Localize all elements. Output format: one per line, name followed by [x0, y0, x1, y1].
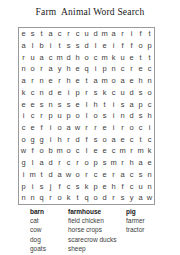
- grid-cell: r: [55, 157, 64, 169]
- grid-cell: y: [55, 63, 64, 75]
- grid-cell: r: [73, 157, 82, 169]
- grid-cell: g: [19, 157, 28, 169]
- grid-cell: o: [55, 192, 64, 204]
- grid-cell: h: [91, 98, 100, 110]
- grid-cell: c: [19, 122, 28, 134]
- grid-cell: s: [55, 98, 64, 110]
- grid-cell: i: [109, 40, 118, 52]
- grid-cell: u: [82, 28, 91, 40]
- grid-cell: s: [136, 169, 145, 181]
- grid-cell: m: [100, 28, 109, 40]
- grid-cell: c: [73, 145, 82, 157]
- grid-cell: e: [19, 28, 28, 40]
- grid-cell: s: [118, 98, 127, 110]
- grid-cell: q: [37, 192, 46, 204]
- grid-cell: r: [46, 192, 55, 204]
- grid-cell: p: [91, 181, 100, 193]
- grid-cell: o: [19, 134, 28, 146]
- word-list-item: scarecrow ducks: [68, 235, 116, 244]
- grid-cell: e: [127, 75, 136, 87]
- grid-cell: a: [46, 28, 55, 40]
- grid-cell: a: [19, 40, 28, 52]
- word-search-grid: estacrcudmariftalbitssdleiffopruacmdhocm…: [18, 27, 155, 205]
- word-list-column-1: barncatcowdoggoats: [30, 207, 46, 253]
- grid-cell: r: [118, 122, 127, 134]
- grid-cell: g: [28, 134, 37, 146]
- grid-cell: a: [91, 75, 100, 87]
- word-list-column-2: farmhousefield chickenhorse cropsscarecr…: [68, 207, 116, 253]
- grid-cell: a: [64, 122, 73, 134]
- grid-cell: c: [55, 28, 64, 40]
- grid-cell: d: [46, 157, 55, 169]
- grid-cell: c: [46, 51, 55, 63]
- grid-cell: e: [100, 40, 109, 52]
- grid-cell: o: [136, 40, 145, 52]
- grid-cell: s: [118, 192, 127, 204]
- grid-cell: e: [100, 122, 109, 134]
- grid-cell: h: [64, 63, 73, 75]
- grid-cell: t: [145, 28, 154, 40]
- grid-cell: o: [37, 145, 46, 157]
- grid-cell: c: [136, 122, 145, 134]
- puzzle-title: Farm Animal Word Search: [0, 7, 180, 17]
- grid-cell: o: [73, 110, 82, 122]
- grid-cell: t: [82, 75, 91, 87]
- grid-cell: r: [37, 110, 46, 122]
- grid-cell: a: [37, 51, 46, 63]
- grid-cell: r: [91, 122, 100, 134]
- grid-cell: f: [118, 181, 127, 193]
- grid-cell: q: [82, 63, 91, 75]
- grid-cell: r: [55, 75, 64, 87]
- grid-cell: d: [46, 169, 55, 181]
- grid-cell: i: [28, 181, 37, 193]
- grid-cell: s: [37, 98, 46, 110]
- grid-cell: e: [118, 134, 127, 146]
- grid-cell: m: [100, 75, 109, 87]
- grid-cell: e: [73, 75, 82, 87]
- grid-cell: i: [109, 110, 118, 122]
- grid-cell: k: [19, 87, 28, 99]
- grid-cell: c: [145, 98, 154, 110]
- grid-cell: f: [28, 145, 37, 157]
- word-list-header: pig: [126, 207, 145, 216]
- grid-cell: h: [127, 157, 136, 169]
- grid-cell: n: [118, 110, 127, 122]
- grid-cell: r: [82, 87, 91, 99]
- grid-cell: e: [145, 157, 154, 169]
- grid-cell: n: [28, 192, 37, 204]
- grid-cell: o: [127, 122, 136, 134]
- grid-cell: r: [82, 122, 91, 134]
- grid-cell: a: [37, 157, 46, 169]
- grid-cell: e: [100, 181, 109, 193]
- grid-cell: t: [136, 51, 145, 63]
- word-list-item: tractor: [126, 225, 145, 234]
- grid-cell: c: [118, 63, 127, 75]
- word-list-item: goats: [30, 244, 46, 253]
- grid-cell: r: [82, 169, 91, 181]
- grid-cell: r: [109, 192, 118, 204]
- grid-cell: i: [46, 122, 55, 134]
- grid-cell: o: [100, 134, 109, 146]
- grid-cell: c: [91, 51, 100, 63]
- grid-cell: e: [55, 87, 64, 99]
- grid-cell: s: [37, 181, 46, 193]
- grid-cell: a: [118, 169, 127, 181]
- grid-cell: s: [64, 98, 73, 110]
- grid-cell: p: [100, 63, 109, 75]
- grid-cell: t: [55, 40, 64, 52]
- grid-cell: f: [55, 181, 64, 193]
- grid-cell: b: [37, 40, 46, 52]
- grid-cell: t: [37, 169, 46, 181]
- word-list-item: dog: [30, 235, 46, 244]
- grid-cell: l: [28, 40, 37, 52]
- grid-cell: p: [19, 181, 28, 193]
- grid-cell: c: [145, 134, 154, 146]
- grid-cell: p: [136, 98, 145, 110]
- grid-cell: r: [64, 28, 73, 40]
- grid-cell: a: [46, 63, 55, 75]
- grid-cell: t: [136, 134, 145, 146]
- grid-cell: o: [73, 169, 82, 181]
- grid-cell: s: [136, 110, 145, 122]
- grid-cell: t: [145, 51, 154, 63]
- grid-cell: p: [73, 87, 82, 99]
- grid-cell: u: [28, 51, 37, 63]
- grid-cell: c: [127, 181, 136, 193]
- grid-cell: c: [73, 28, 82, 40]
- grid-cell: c: [64, 181, 73, 193]
- grid-cell: c: [91, 169, 100, 181]
- worksheet-page: Farm Animal Word Search estacrcudmarifta…: [0, 0, 180, 255]
- grid-cell: f: [37, 122, 46, 134]
- grid-cell: i: [46, 134, 55, 146]
- grid-cell: c: [28, 110, 37, 122]
- grid-cell: h: [55, 134, 64, 146]
- grid-cell: t: [37, 28, 46, 40]
- grid-cell: d: [46, 87, 55, 99]
- grid-cell: k: [109, 51, 118, 63]
- grid-cell: i: [19, 110, 28, 122]
- grid-cell: s: [73, 40, 82, 52]
- grid-cell: y: [127, 192, 136, 204]
- grid-cell: i: [127, 28, 136, 40]
- grid-cell: a: [118, 75, 127, 87]
- grid-cell: e: [127, 51, 136, 63]
- grid-cell: r: [37, 63, 46, 75]
- grid-cell: s: [91, 134, 100, 146]
- grid-cell: r: [28, 75, 37, 87]
- grid-cell: h: [64, 75, 73, 87]
- grid-cell: r: [109, 169, 118, 181]
- grid-cell: c: [127, 169, 136, 181]
- grid-cell: p: [64, 110, 73, 122]
- grid-cell: e: [19, 98, 28, 110]
- grid-cell: o: [109, 75, 118, 87]
- grid-cell: w: [73, 122, 82, 134]
- grid-cell: p: [145, 40, 154, 52]
- grid-cell: s: [28, 28, 37, 40]
- word-list-item: cow: [30, 225, 46, 234]
- grid-cell: l: [82, 98, 91, 110]
- grid-cell: l: [82, 145, 91, 157]
- grid-cell: d: [100, 192, 109, 204]
- grid-cell: e: [28, 98, 37, 110]
- grid-cell: d: [127, 110, 136, 122]
- grid-cell: l: [91, 40, 100, 52]
- grid-cell: n: [145, 169, 154, 181]
- grid-cell: h: [73, 51, 82, 63]
- grid-cell: j: [46, 181, 55, 193]
- grid-cell: s: [91, 87, 100, 99]
- grid-cell: u: [136, 181, 145, 193]
- grid-cell: d: [82, 40, 91, 52]
- word-list-item: horse crops: [68, 225, 116, 234]
- grid-cell: d: [91, 28, 100, 40]
- grid-cell: c: [28, 87, 37, 99]
- grid-cell: e: [100, 169, 109, 181]
- grid-cell: a: [109, 134, 118, 146]
- grid-cell: d: [127, 87, 136, 99]
- grid-cell: i: [19, 169, 28, 181]
- grid-cell: e: [136, 63, 145, 75]
- word-list-column-3: pigfarmertractor: [126, 207, 145, 235]
- grid-cell: a: [19, 75, 28, 87]
- grid-cell: c: [64, 157, 73, 169]
- grid-cell: a: [136, 192, 145, 204]
- grid-cell: m: [109, 157, 118, 169]
- grid-cell: a: [127, 98, 136, 110]
- grid-cell: r: [127, 63, 136, 75]
- grid-cell: s: [73, 181, 82, 193]
- grid-cell: o: [91, 192, 100, 204]
- grid-cell: w: [19, 145, 28, 157]
- grid-cell: r: [64, 134, 73, 146]
- grid-cell: o: [91, 110, 100, 122]
- grid-cell: i: [46, 40, 55, 52]
- grid-cell: c: [145, 63, 154, 75]
- grid-cell: u: [118, 51, 127, 63]
- grid-cell: h: [136, 75, 145, 87]
- grid-cell: i: [145, 122, 154, 134]
- grid-cell: p: [91, 157, 100, 169]
- grid-cell: c: [109, 87, 118, 99]
- grid-cell: e: [73, 98, 82, 110]
- grid-cell: t: [73, 192, 82, 204]
- grid-cell: e: [73, 63, 82, 75]
- grid-cell: m: [136, 145, 145, 157]
- grid-cell: n: [19, 192, 28, 204]
- grid-cell: e: [91, 145, 100, 157]
- grid-cell: n: [37, 75, 46, 87]
- grid-cell: q: [82, 192, 91, 204]
- grid-cell: m: [28, 169, 37, 181]
- grid-cell: s: [64, 40, 73, 52]
- grid-cell: o: [145, 87, 154, 99]
- grid-cell: r: [19, 51, 28, 63]
- grid-cell: a: [136, 157, 145, 169]
- grid-cell: u: [55, 110, 64, 122]
- grid-cell: m: [55, 51, 64, 63]
- grid-cell: h: [145, 110, 154, 122]
- grid-cell: n: [145, 75, 154, 87]
- grid-cell: f: [127, 40, 136, 52]
- grid-cell: n: [37, 87, 46, 99]
- grid-cell: f: [136, 28, 145, 40]
- word-list-header: farmhouse: [68, 207, 116, 216]
- grid-cell: o: [55, 122, 64, 134]
- grid-cell: i: [109, 98, 118, 110]
- grid-cell: f: [82, 134, 91, 146]
- grid-cell: i: [109, 122, 118, 134]
- grid-cell: r: [118, 157, 127, 169]
- grid-cell: m: [118, 145, 127, 157]
- grid-cell: u: [118, 87, 127, 99]
- grid-cell: k: [82, 181, 91, 193]
- grid-cell: p: [46, 110, 55, 122]
- grid-cell: m: [55, 145, 64, 157]
- word-list-item: sheep: [68, 244, 116, 253]
- grid-cell: b: [46, 145, 55, 157]
- grid-cell: k: [64, 192, 73, 204]
- word-list-header: barn: [30, 207, 46, 216]
- grid-cell: s: [100, 157, 109, 169]
- grid-cell: f: [118, 40, 127, 52]
- grid-cell: m: [100, 51, 109, 63]
- grid-cell: n: [46, 98, 55, 110]
- grid-cell: o: [82, 51, 91, 63]
- grid-cell: s: [100, 110, 109, 122]
- grid-cell: n: [109, 63, 118, 75]
- word-list-item: cat: [30, 216, 46, 225]
- grid-cell: c: [109, 145, 118, 157]
- grid-cell: w: [64, 169, 73, 181]
- grid-cell: r: [118, 28, 127, 40]
- grid-cell: e: [46, 75, 55, 87]
- grid-cell: n: [19, 63, 28, 75]
- grid-cell: o: [28, 63, 37, 75]
- grid-cell: a: [109, 28, 118, 40]
- grid-cell: o: [82, 157, 91, 169]
- grid-cell: e: [28, 122, 37, 134]
- grid-cell: l: [82, 110, 91, 122]
- grid-cell: d: [64, 51, 73, 63]
- grid-cell: r: [127, 145, 136, 157]
- grid-cell: c: [127, 134, 136, 146]
- word-list-item: farmer: [126, 216, 145, 225]
- grid-cell: d: [73, 134, 82, 146]
- grid-cell: w: [145, 192, 154, 204]
- word-list-item: field chicken: [68, 216, 116, 225]
- grid-cell: o: [64, 145, 73, 157]
- grid-cell: i: [91, 63, 100, 75]
- grid-cell: i: [64, 87, 73, 99]
- grid-cell: k: [100, 87, 109, 99]
- grid-cell: a: [55, 169, 64, 181]
- grid-cell: k: [145, 145, 154, 157]
- grid-cell: l: [28, 157, 37, 169]
- grid-cell: g: [37, 134, 46, 146]
- grid-cell: t: [100, 98, 109, 110]
- grid-cell: h: [109, 181, 118, 193]
- grid-cell: e: [100, 145, 109, 157]
- grid-cell: s: [136, 87, 145, 99]
- grid-cell: n: [145, 181, 154, 193]
